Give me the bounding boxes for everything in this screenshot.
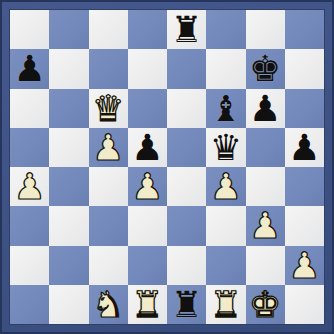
square-g7[interactable]: ♚ xyxy=(246,49,285,88)
square-h1[interactable] xyxy=(285,285,324,324)
square-g5[interactable] xyxy=(246,128,285,167)
square-f8[interactable] xyxy=(206,10,245,49)
square-a2[interactable] xyxy=(10,246,49,285)
black-king[interactable]: ♚ xyxy=(249,49,281,88)
square-f3[interactable] xyxy=(206,206,245,245)
square-a7[interactable]: ♟ xyxy=(10,49,49,88)
square-c1[interactable]: ♞ xyxy=(89,285,128,324)
square-d5[interactable]: ♟ xyxy=(128,128,167,167)
white-rook[interactable]: ♜ xyxy=(131,285,163,324)
square-g2[interactable] xyxy=(246,246,285,285)
square-b5[interactable] xyxy=(49,128,88,167)
white-pawn[interactable]: ♟ xyxy=(131,167,163,206)
square-d8[interactable] xyxy=(128,10,167,49)
black-rook[interactable]: ♜ xyxy=(170,285,202,324)
square-a1[interactable] xyxy=(10,285,49,324)
square-b2[interactable] xyxy=(49,246,88,285)
chess-board: ♜♟♚♛♝♟♟♟♛♟♟♟♟♟♟♞♜♜♜♚ xyxy=(0,0,334,334)
square-h6[interactable] xyxy=(285,89,324,128)
square-c2[interactable] xyxy=(89,246,128,285)
square-f1[interactable]: ♜ xyxy=(206,285,245,324)
square-h4[interactable] xyxy=(285,167,324,206)
square-f7[interactable] xyxy=(206,49,245,88)
square-e6[interactable] xyxy=(167,89,206,128)
black-pawn[interactable]: ♟ xyxy=(249,89,281,128)
square-d7[interactable] xyxy=(128,49,167,88)
white-knight[interactable]: ♞ xyxy=(92,285,124,324)
square-h5[interactable]: ♟ xyxy=(285,128,324,167)
square-f6[interactable]: ♝ xyxy=(206,89,245,128)
square-g3[interactable]: ♟ xyxy=(246,206,285,245)
square-b8[interactable] xyxy=(49,10,88,49)
square-b4[interactable] xyxy=(49,167,88,206)
square-e7[interactable] xyxy=(167,49,206,88)
square-e8[interactable]: ♜ xyxy=(167,10,206,49)
square-f5[interactable]: ♛ xyxy=(206,128,245,167)
white-pawn[interactable]: ♟ xyxy=(13,167,45,206)
square-a5[interactable] xyxy=(10,128,49,167)
square-e2[interactable] xyxy=(167,246,206,285)
square-f4[interactable]: ♟ xyxy=(206,167,245,206)
square-d2[interactable] xyxy=(128,246,167,285)
square-c5[interactable]: ♟ xyxy=(89,128,128,167)
black-pawn[interactable]: ♟ xyxy=(13,49,45,88)
square-c8[interactable] xyxy=(89,10,128,49)
white-queen[interactable]: ♛ xyxy=(92,89,124,128)
square-b3[interactable] xyxy=(49,206,88,245)
black-rook[interactable]: ♜ xyxy=(170,10,202,49)
square-h8[interactable] xyxy=(285,10,324,49)
square-c7[interactable] xyxy=(89,49,128,88)
square-a4[interactable]: ♟ xyxy=(10,167,49,206)
square-e4[interactable] xyxy=(167,167,206,206)
square-c4[interactable] xyxy=(89,167,128,206)
square-d6[interactable] xyxy=(128,89,167,128)
square-e3[interactable] xyxy=(167,206,206,245)
square-b7[interactable] xyxy=(49,49,88,88)
square-b6[interactable] xyxy=(49,89,88,128)
square-a3[interactable] xyxy=(10,206,49,245)
white-pawn[interactable]: ♟ xyxy=(249,206,281,245)
square-g1[interactable]: ♚ xyxy=(246,285,285,324)
square-f2[interactable] xyxy=(206,246,245,285)
black-queen[interactable]: ♛ xyxy=(210,128,242,167)
board-grid: ♜♟♚♛♝♟♟♟♛♟♟♟♟♟♟♞♜♜♜♚ xyxy=(10,10,324,324)
square-h2[interactable]: ♟ xyxy=(285,246,324,285)
square-a6[interactable] xyxy=(10,89,49,128)
square-d4[interactable]: ♟ xyxy=(128,167,167,206)
square-a8[interactable] xyxy=(10,10,49,49)
white-pawn[interactable]: ♟ xyxy=(210,167,242,206)
black-pawn[interactable]: ♟ xyxy=(288,128,320,167)
square-d3[interactable] xyxy=(128,206,167,245)
black-pawn[interactable]: ♟ xyxy=(131,128,163,167)
square-c6[interactable]: ♛ xyxy=(89,89,128,128)
square-g6[interactable]: ♟ xyxy=(246,89,285,128)
square-h7[interactable] xyxy=(285,49,324,88)
square-c3[interactable] xyxy=(89,206,128,245)
white-pawn[interactable]: ♟ xyxy=(288,246,320,285)
square-e5[interactable] xyxy=(167,128,206,167)
white-king[interactable]: ♚ xyxy=(249,285,281,324)
white-rook[interactable]: ♜ xyxy=(210,285,242,324)
square-g4[interactable] xyxy=(246,167,285,206)
square-e1[interactable]: ♜ xyxy=(167,285,206,324)
square-b1[interactable] xyxy=(49,285,88,324)
black-bishop[interactable]: ♝ xyxy=(210,89,242,128)
square-g8[interactable] xyxy=(246,10,285,49)
square-d1[interactable]: ♜ xyxy=(128,285,167,324)
square-h3[interactable] xyxy=(285,206,324,245)
white-pawn[interactable]: ♟ xyxy=(92,128,124,167)
